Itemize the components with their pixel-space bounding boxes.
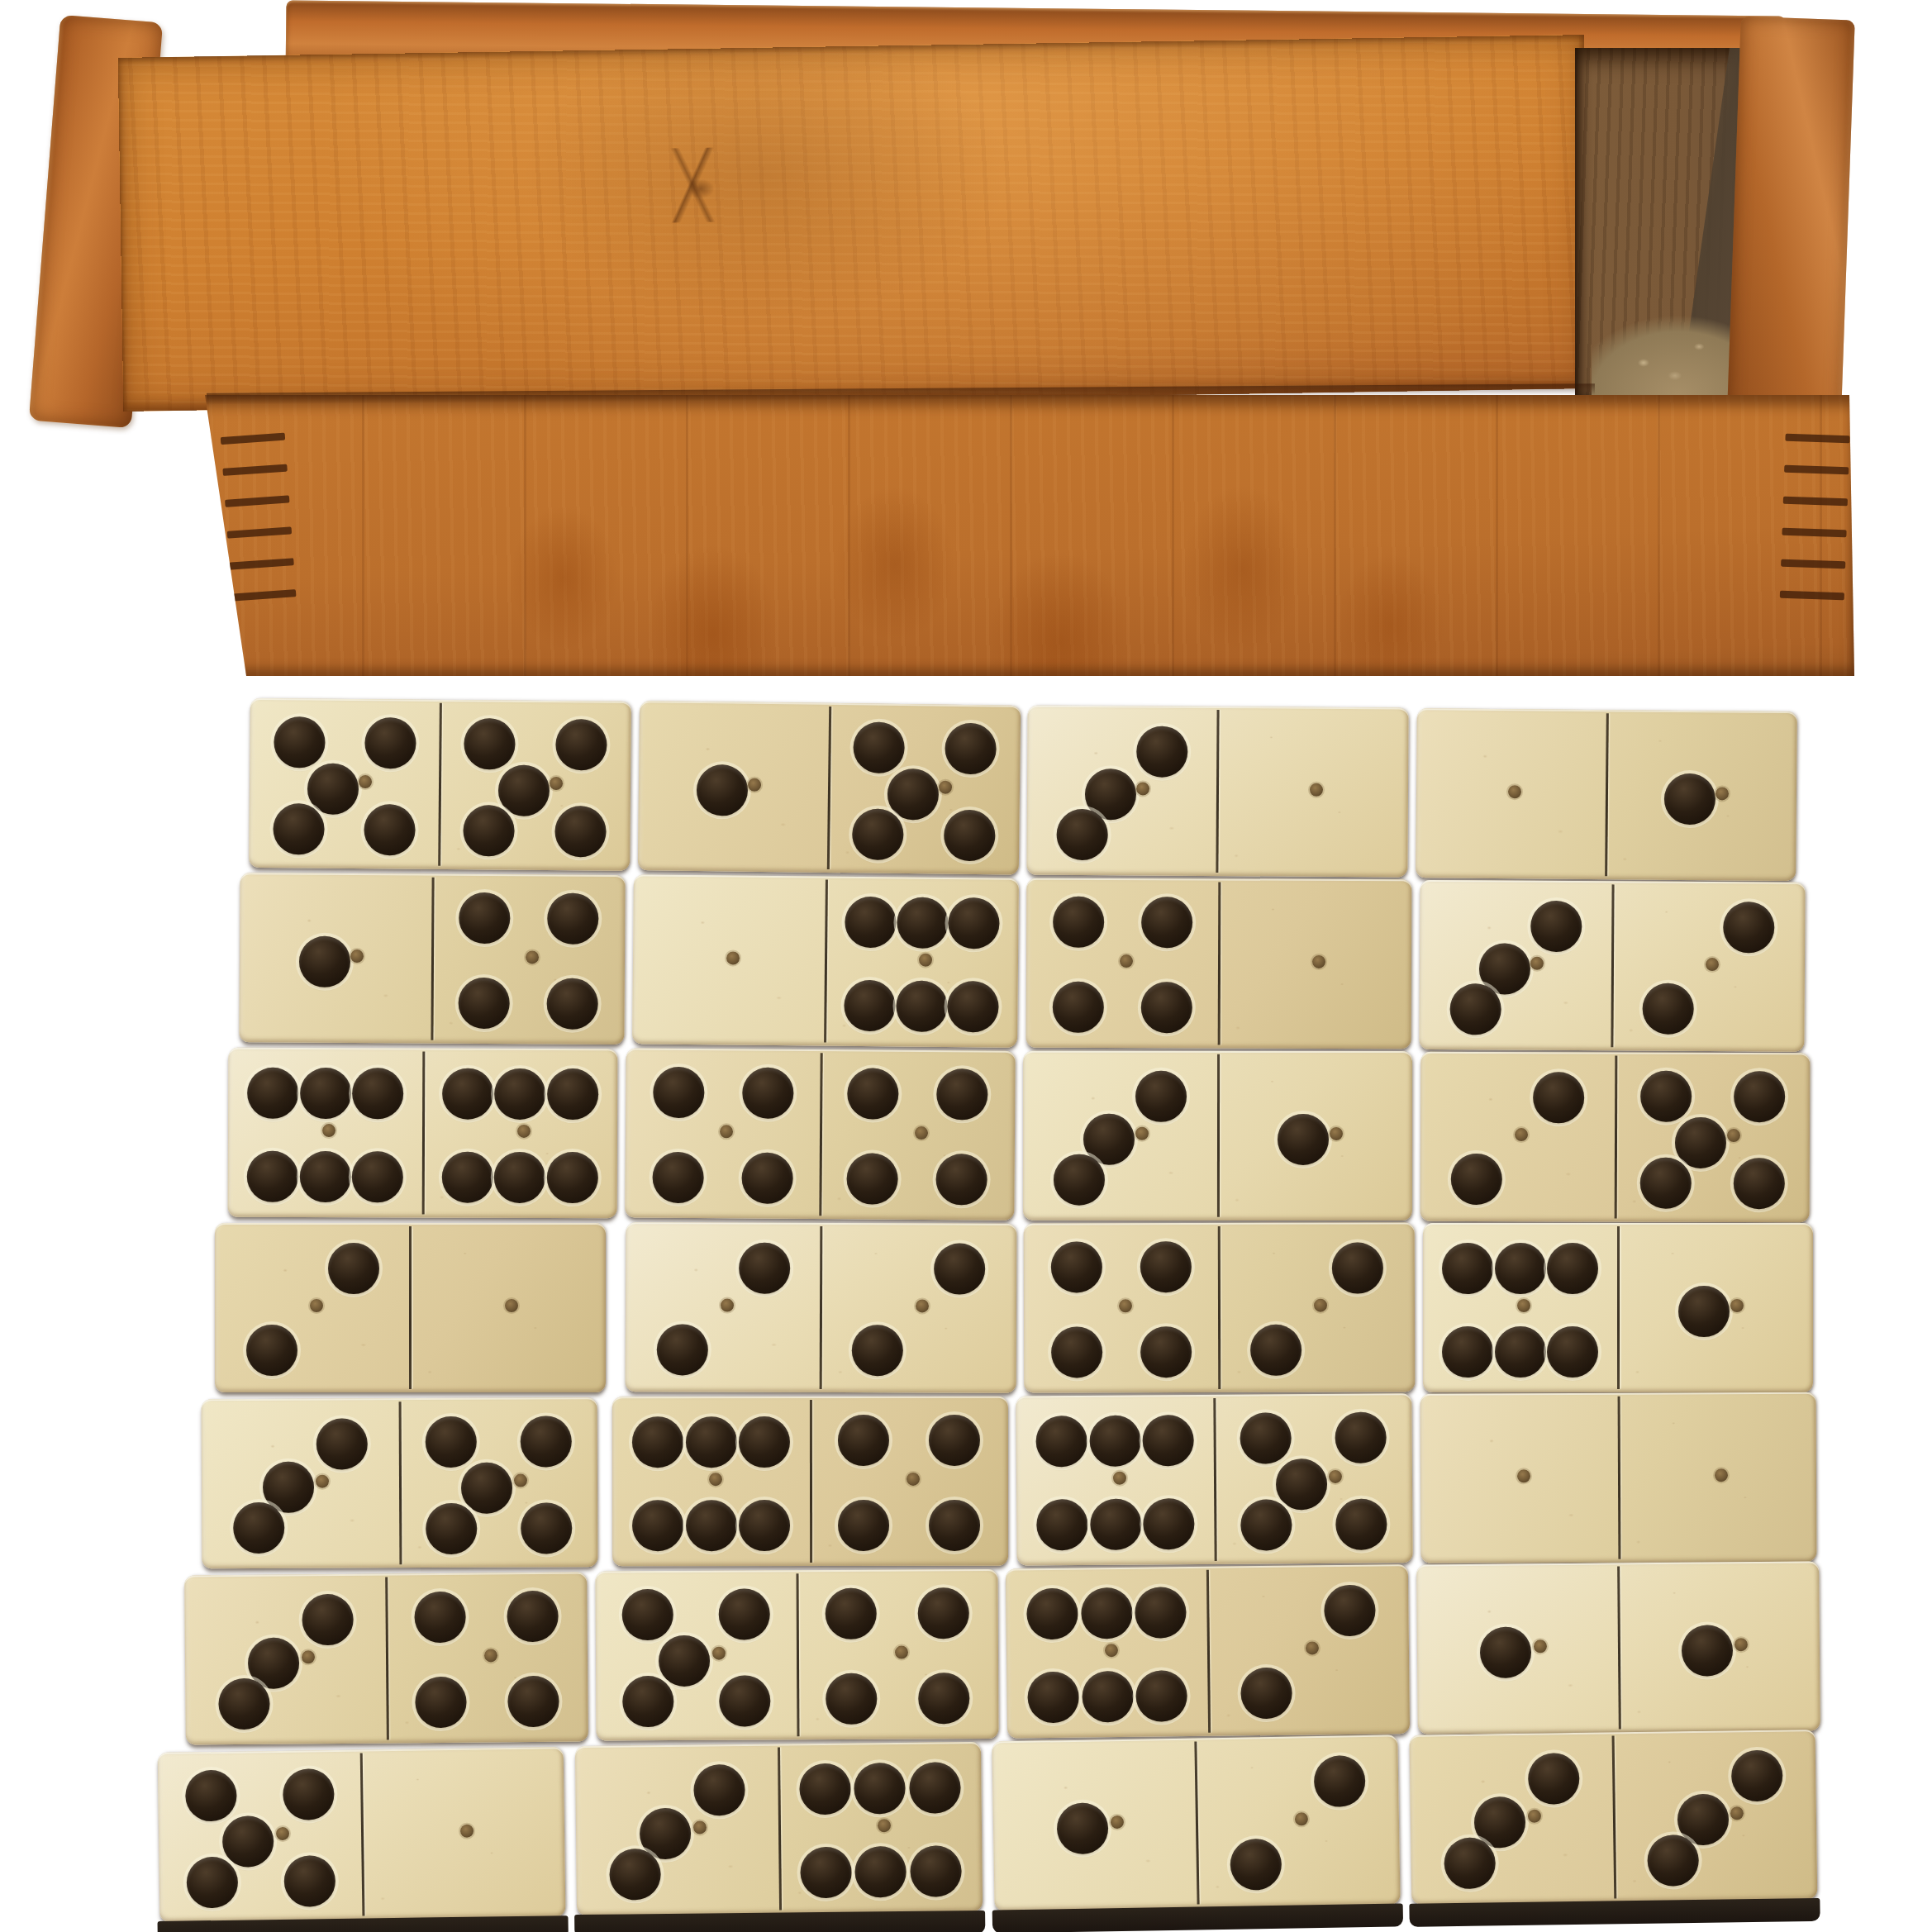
domino-half-6 xyxy=(1006,1567,1209,1739)
pip xyxy=(464,718,516,770)
domino-half-5 xyxy=(595,1570,797,1740)
brass-spinner-dot xyxy=(1135,1127,1149,1140)
pip xyxy=(1734,1071,1785,1122)
pip xyxy=(943,809,995,861)
domino-3-4[interactable] xyxy=(184,1572,588,1744)
brass-spinner-dot xyxy=(693,1821,707,1834)
pip xyxy=(1639,1157,1691,1208)
pip xyxy=(283,1855,335,1907)
pip xyxy=(1057,1802,1109,1854)
pip xyxy=(838,1415,889,1466)
domino-half-3 xyxy=(1026,706,1217,876)
domino-1-1[interactable] xyxy=(1416,1561,1820,1734)
domino-half-2 xyxy=(625,1222,821,1392)
pip xyxy=(1675,1116,1726,1168)
pip xyxy=(1733,1158,1784,1209)
pip xyxy=(656,1324,707,1375)
pip xyxy=(847,1068,898,1120)
pip xyxy=(918,1587,969,1639)
pip xyxy=(929,1500,980,1551)
domino-half-4 xyxy=(1024,1223,1220,1393)
domino-5-4[interactable] xyxy=(595,1569,998,1741)
pip xyxy=(461,1462,512,1513)
brass-spinner-dot xyxy=(748,778,761,792)
domino-half-0 xyxy=(1219,878,1412,1049)
pip xyxy=(1136,1670,1188,1722)
brass-spinner-dot xyxy=(878,1820,891,1833)
domino-4-4[interactable] xyxy=(625,1049,1015,1221)
pip xyxy=(1026,1588,1078,1640)
pip xyxy=(949,897,1001,949)
brass-spinner-dot xyxy=(1314,1299,1327,1312)
pip xyxy=(302,1594,354,1646)
pip xyxy=(739,1416,790,1468)
domino-half-2 xyxy=(820,1223,1016,1393)
domino-5-0[interactable] xyxy=(158,1747,566,1922)
domino-half-3 xyxy=(1419,880,1612,1050)
brass-spinner-dot xyxy=(1517,1299,1530,1312)
pip xyxy=(1240,1667,1292,1719)
brass-spinner-dot xyxy=(1295,1813,1308,1826)
brass-spinner-dot xyxy=(1730,1299,1744,1312)
pip xyxy=(852,808,904,860)
brass-spinner-dot xyxy=(1112,1472,1125,1485)
brass-spinner-dot xyxy=(517,1125,531,1138)
pip xyxy=(1640,1071,1692,1122)
pip xyxy=(316,1419,368,1470)
domino-half-0 xyxy=(1217,707,1408,877)
pip xyxy=(1442,1243,1493,1294)
brass-spinner-dot xyxy=(916,1300,929,1313)
pip xyxy=(719,1675,770,1726)
brass-spinner-dot xyxy=(1715,788,1729,801)
brass-spinner-dot xyxy=(526,951,539,964)
pip xyxy=(521,1502,572,1554)
pip xyxy=(463,805,515,857)
domino-half-3 xyxy=(184,1574,387,1745)
pip xyxy=(1495,1326,1546,1378)
pip xyxy=(851,1325,902,1376)
pip xyxy=(799,1763,851,1815)
pip xyxy=(948,981,1000,1033)
pip xyxy=(632,1500,683,1551)
pip xyxy=(1664,773,1716,825)
pip xyxy=(1681,1625,1733,1677)
brass-spinner-dot xyxy=(1104,1644,1117,1658)
pip xyxy=(425,1416,476,1468)
domino-3-6[interactable] xyxy=(575,1742,983,1915)
brass-spinner-dot xyxy=(1119,1300,1132,1313)
pip xyxy=(1276,1459,1327,1510)
photo-stage xyxy=(0,0,1932,1932)
pip xyxy=(1053,982,1104,1033)
domino-half-2 xyxy=(1206,1564,1410,1736)
domino-half-1 xyxy=(1606,710,1797,881)
domino-half-2 xyxy=(1219,1222,1415,1392)
domino-0-6[interactable] xyxy=(632,874,1019,1047)
pip xyxy=(426,1503,477,1554)
brass-spinner-dot xyxy=(1735,1639,1748,1652)
pip xyxy=(300,1068,351,1119)
pip xyxy=(1051,1242,1102,1293)
pip xyxy=(1442,1326,1493,1378)
domino-2-0[interactable] xyxy=(215,1223,606,1392)
pip xyxy=(547,978,598,1029)
pip xyxy=(1533,1073,1584,1124)
pip xyxy=(459,892,510,944)
pip xyxy=(696,764,748,816)
pip xyxy=(1324,1585,1376,1637)
domino-half-0 xyxy=(360,1747,565,1919)
brass-spinner-dot xyxy=(720,1299,733,1312)
brass-spinner-dot xyxy=(316,1475,329,1488)
domino-row-3 xyxy=(228,1048,1811,1223)
pip xyxy=(547,893,598,945)
pip xyxy=(1240,1413,1291,1464)
brass-spinner-dot xyxy=(505,1299,518,1312)
brass-spinner-dot xyxy=(907,1473,920,1486)
pip xyxy=(185,1770,237,1822)
domino-row-7 xyxy=(158,1730,1818,1922)
pip xyxy=(1642,983,1693,1034)
pip xyxy=(918,1673,969,1724)
domino-half-1 xyxy=(1618,1561,1820,1732)
domino-half-6 xyxy=(825,877,1019,1048)
pip xyxy=(1051,1326,1102,1378)
pip xyxy=(910,1845,962,1897)
domino-3-1[interactable] xyxy=(1023,1051,1412,1221)
domino-row-2 xyxy=(239,873,1805,1052)
domino-half-3 xyxy=(1612,1730,1817,1901)
pip xyxy=(622,1589,673,1640)
brass-spinner-dot xyxy=(1516,1470,1530,1483)
pip xyxy=(1090,1498,1141,1549)
pip xyxy=(247,1151,298,1202)
pip xyxy=(659,1635,710,1686)
domino-0-0[interactable] xyxy=(1420,1392,1817,1563)
brass-spinner-dot xyxy=(919,954,932,967)
pip xyxy=(547,1068,598,1120)
brass-spinner-dot xyxy=(1727,1129,1740,1142)
pip xyxy=(1081,1587,1133,1639)
brass-spinner-dot xyxy=(484,1649,497,1663)
pip xyxy=(622,1676,673,1727)
domino-5-5[interactable] xyxy=(249,698,631,871)
pip xyxy=(936,1154,987,1205)
domino-half-1 xyxy=(637,701,830,873)
domino-half-1 xyxy=(1217,1051,1412,1221)
domino-3-2[interactable] xyxy=(1419,880,1805,1052)
domino-2-2[interactable] xyxy=(625,1222,1016,1393)
domino-half-5 xyxy=(828,703,1021,875)
pip xyxy=(652,1152,703,1203)
pip xyxy=(686,1416,737,1468)
pip xyxy=(507,1591,559,1643)
domino-half-5 xyxy=(158,1750,363,1922)
domino-1-2[interactable] xyxy=(992,1735,1400,1911)
domino-divider-line xyxy=(409,1226,412,1389)
pip xyxy=(307,763,359,815)
pip xyxy=(845,897,897,949)
brass-spinner-dot xyxy=(514,1474,527,1487)
domino-3-5[interactable] xyxy=(202,1397,598,1568)
pip xyxy=(415,1676,467,1728)
pip xyxy=(494,1068,545,1120)
pip xyxy=(1531,901,1582,952)
domino-6-6[interactable] xyxy=(228,1048,618,1219)
pip xyxy=(328,1243,379,1294)
pip xyxy=(937,1068,988,1120)
brass-spinner-dot xyxy=(1120,954,1133,968)
pip xyxy=(1027,1671,1079,1723)
pip xyxy=(218,1678,270,1730)
pip xyxy=(441,1151,493,1202)
pip xyxy=(1528,1753,1580,1805)
pip xyxy=(273,803,325,855)
pip xyxy=(415,1592,467,1644)
pip xyxy=(741,1152,792,1203)
brass-spinner-dot xyxy=(720,1125,733,1139)
domino-6-1[interactable] xyxy=(1423,1223,1814,1392)
domino-half-0 xyxy=(410,1223,605,1392)
pip xyxy=(1089,1416,1140,1467)
pip xyxy=(555,719,607,771)
domino-half-4 xyxy=(797,1569,999,1739)
brass-spinner-dot xyxy=(1528,1810,1541,1823)
domino-3-3[interactable] xyxy=(1410,1730,1818,1905)
pip xyxy=(1053,897,1104,948)
pip xyxy=(1230,1839,1282,1891)
pip xyxy=(929,1415,980,1466)
pip xyxy=(1141,982,1192,1033)
domino-half-5 xyxy=(1214,1393,1413,1564)
pip xyxy=(352,1068,403,1120)
pip xyxy=(1449,983,1501,1035)
pip xyxy=(1547,1326,1598,1378)
pip xyxy=(854,1763,906,1815)
pip xyxy=(738,1243,789,1294)
domino-half-0 xyxy=(632,874,826,1045)
brass-spinner-dot xyxy=(915,1126,928,1140)
pip xyxy=(1480,1626,1532,1678)
pip xyxy=(1724,902,1775,954)
pip xyxy=(826,1588,877,1639)
pip xyxy=(887,768,939,820)
brass-spinner-dot xyxy=(1330,1127,1343,1140)
pip xyxy=(844,980,896,1032)
domino-half-5 xyxy=(439,700,631,871)
pip xyxy=(1240,1499,1292,1550)
pip xyxy=(1678,1286,1730,1337)
domino-half-3 xyxy=(575,1744,780,1916)
pip xyxy=(1141,897,1192,948)
pip xyxy=(934,1244,985,1295)
domino-1-5[interactable] xyxy=(637,701,1020,875)
brass-spinner-dot xyxy=(550,777,563,790)
domino-row-6 xyxy=(184,1561,1820,1744)
pip xyxy=(609,1849,661,1901)
pip xyxy=(1451,1154,1502,1205)
domino-half-6 xyxy=(612,1397,811,1566)
domino-half-6 xyxy=(228,1048,423,1218)
domino-half-0 xyxy=(1416,708,1607,879)
domino-4-2[interactable] xyxy=(1024,1222,1415,1392)
pip xyxy=(1335,1412,1386,1463)
pip xyxy=(1547,1243,1598,1294)
pip xyxy=(283,1768,335,1820)
domino-half-3 xyxy=(1023,1051,1218,1221)
brass-spinner-dot xyxy=(276,1827,289,1840)
pip xyxy=(853,722,905,774)
pip xyxy=(299,1151,350,1202)
domino-divider-line xyxy=(1216,1054,1219,1217)
domino-half-3 xyxy=(202,1398,400,1568)
brass-spinner-dot xyxy=(1533,1640,1546,1654)
domino-half-2 xyxy=(1195,1735,1401,1907)
pip xyxy=(1332,1243,1383,1294)
pip xyxy=(1135,1071,1187,1122)
pip xyxy=(742,1068,793,1119)
pip xyxy=(686,1500,737,1551)
domino-divider-line xyxy=(1218,1226,1221,1389)
brass-spinner-dot xyxy=(1312,955,1325,968)
pip xyxy=(494,1152,545,1203)
pip xyxy=(1250,1324,1301,1375)
domino-0-1[interactable] xyxy=(1416,708,1797,881)
pip xyxy=(442,1068,493,1120)
domino-divider-line xyxy=(809,1400,811,1563)
pip xyxy=(364,804,416,856)
pip xyxy=(846,1153,897,1204)
brass-spinner-dot xyxy=(711,1647,725,1660)
pip xyxy=(1495,1243,1546,1294)
domino-half-4 xyxy=(1026,878,1220,1049)
pip xyxy=(365,717,417,769)
pip xyxy=(247,1068,298,1119)
domino-6-2[interactable] xyxy=(1006,1564,1410,1739)
pip xyxy=(1444,1837,1496,1889)
pip xyxy=(653,1067,704,1118)
domino-half-4 xyxy=(810,1397,1008,1566)
domino-half-4 xyxy=(386,1572,588,1743)
pip xyxy=(507,1675,559,1727)
domino-half-1 xyxy=(992,1738,1197,1911)
domino-half-0 xyxy=(1618,1392,1816,1563)
pip xyxy=(1137,726,1188,778)
pip xyxy=(458,978,509,1029)
pip xyxy=(1135,1587,1187,1639)
pip xyxy=(838,1500,889,1551)
domino-half-6 xyxy=(1423,1223,1618,1392)
brass-spinner-dot xyxy=(726,952,740,965)
pip xyxy=(246,1325,297,1376)
pip xyxy=(1141,1326,1192,1378)
brass-spinner-dot xyxy=(1111,1815,1124,1829)
brass-spinner-dot xyxy=(895,1646,908,1659)
pip xyxy=(719,1589,770,1640)
domino-divider-line xyxy=(819,1226,822,1389)
brass-spinner-dot xyxy=(1530,957,1544,970)
brass-spinner-dot xyxy=(1310,783,1323,797)
brass-spinner-dot xyxy=(709,1473,722,1487)
domino-half-3 xyxy=(1410,1732,1615,1904)
domino-row-4 xyxy=(215,1223,1813,1392)
pip xyxy=(547,1152,598,1203)
domino-half-1 xyxy=(1618,1223,1813,1392)
pip xyxy=(234,1502,285,1554)
pip xyxy=(1731,1750,1783,1802)
brass-spinner-dot xyxy=(359,775,372,788)
brass-spinner-dot xyxy=(322,1124,335,1137)
pip xyxy=(1140,1241,1192,1292)
brass-spinner-dot xyxy=(1715,1469,1728,1482)
pip xyxy=(800,1846,852,1898)
brass-spinner-dot xyxy=(310,1299,323,1312)
domino-half-6 xyxy=(422,1048,617,1218)
pip xyxy=(1647,1834,1699,1887)
domino-3-0[interactable] xyxy=(1026,706,1408,878)
pip xyxy=(1054,1154,1105,1205)
pip xyxy=(1082,1671,1134,1723)
domino-half-4 xyxy=(625,1049,821,1220)
brass-spinner-dot xyxy=(350,949,364,963)
pip xyxy=(554,806,607,858)
pip xyxy=(352,1151,403,1202)
pip xyxy=(1144,1498,1195,1549)
pip xyxy=(909,1763,961,1815)
domino-half-5 xyxy=(1615,1053,1810,1223)
brass-spinner-dot xyxy=(1508,786,1521,799)
domino-half-1 xyxy=(1416,1563,1619,1734)
domino-row-5 xyxy=(202,1392,1817,1569)
pip xyxy=(739,1500,790,1551)
domino-2-5[interactable] xyxy=(1420,1052,1811,1223)
pip xyxy=(1278,1113,1329,1164)
pip xyxy=(896,980,948,1032)
domino-6-4[interactable] xyxy=(612,1397,1008,1566)
brass-spinner-dot xyxy=(938,781,951,794)
domino-half-5 xyxy=(249,698,440,869)
domino-pile xyxy=(0,0,1932,1932)
domino-half-5 xyxy=(399,1397,597,1568)
domino-half-0 xyxy=(1420,1393,1619,1563)
brass-spinner-dot xyxy=(1329,1470,1342,1483)
domino-half-6 xyxy=(778,1742,983,1914)
pip xyxy=(1143,1415,1194,1466)
pip xyxy=(632,1417,683,1468)
domino-half-4 xyxy=(820,1049,1016,1221)
domino-4-0[interactable] xyxy=(1026,878,1412,1049)
brass-spinner-dot xyxy=(1515,1129,1528,1142)
pip xyxy=(222,1815,274,1868)
brass-spinner-dot xyxy=(301,1651,314,1664)
pip xyxy=(1335,1498,1387,1549)
domino-half-6 xyxy=(1016,1395,1215,1566)
pip xyxy=(944,723,996,775)
domino-1-4[interactable] xyxy=(239,873,625,1045)
domino-half-2 xyxy=(1611,881,1805,1051)
domino-half-2 xyxy=(1420,1052,1616,1222)
pip xyxy=(298,935,350,987)
pip xyxy=(826,1673,877,1724)
domino-half-1 xyxy=(239,873,432,1043)
domino-6-5[interactable] xyxy=(1016,1393,1412,1565)
domino-half-2 xyxy=(215,1223,410,1392)
pip xyxy=(497,764,550,816)
brass-spinner-dot xyxy=(1306,1642,1319,1655)
domino-half-4 xyxy=(431,874,625,1045)
pip xyxy=(897,897,949,949)
